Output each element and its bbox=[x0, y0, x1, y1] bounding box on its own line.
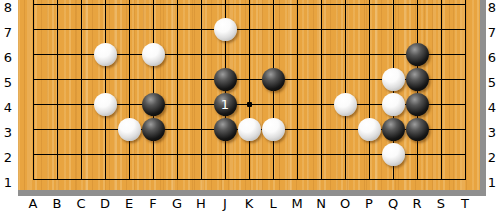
board-point[interactable] bbox=[237, 92, 261, 117]
board-point[interactable] bbox=[333, 17, 357, 42]
board-point[interactable] bbox=[309, 0, 333, 17]
board-point[interactable] bbox=[357, 17, 381, 42]
board-point[interactable] bbox=[165, 0, 189, 17]
row-label-right-1: 1 bbox=[484, 175, 500, 191]
board-point[interactable] bbox=[21, 67, 45, 92]
row-label-right-8: 8 bbox=[484, 0, 500, 16]
board-point[interactable] bbox=[285, 117, 309, 142]
board-point[interactable] bbox=[333, 42, 357, 67]
board-point[interactable] bbox=[309, 42, 333, 67]
board-point[interactable] bbox=[333, 92, 357, 117]
col-label-B: B bbox=[45, 196, 69, 212]
board-point[interactable] bbox=[285, 142, 309, 167]
board-point[interactable] bbox=[141, 167, 165, 192]
board-point[interactable] bbox=[261, 167, 285, 192]
board-point[interactable] bbox=[141, 17, 165, 42]
black-stone bbox=[142, 93, 165, 116]
board-point[interactable] bbox=[237, 117, 261, 142]
white-stone bbox=[142, 43, 165, 66]
board-point[interactable] bbox=[357, 167, 381, 192]
col-label-D: D bbox=[93, 196, 117, 212]
board-point[interactable] bbox=[405, 0, 429, 17]
board-point[interactable] bbox=[357, 117, 381, 142]
col-label-R: R bbox=[405, 196, 429, 212]
go-diagram: 1 8765432187654321ABCDEFGHJKLMNOPQRST bbox=[0, 0, 500, 212]
col-label-C: C bbox=[69, 196, 93, 212]
board-point[interactable] bbox=[285, 67, 309, 92]
board-point[interactable] bbox=[309, 17, 333, 42]
board-point[interactable] bbox=[69, 92, 93, 117]
black-stone bbox=[214, 68, 237, 91]
white-stone bbox=[358, 118, 381, 141]
board-point[interactable] bbox=[309, 92, 333, 117]
board-point[interactable] bbox=[285, 17, 309, 42]
move-number-label: 1 bbox=[221, 98, 229, 111]
black-stone: 1 bbox=[214, 93, 237, 116]
row-label-left-4: 4 bbox=[0, 100, 16, 116]
black-stone bbox=[406, 68, 429, 91]
board-point[interactable] bbox=[285, 92, 309, 117]
board-point[interactable] bbox=[261, 142, 285, 167]
board-point[interactable] bbox=[381, 0, 405, 17]
row-label-right-4: 4 bbox=[484, 100, 500, 116]
board-point[interactable] bbox=[69, 0, 93, 17]
board-point[interactable] bbox=[285, 0, 309, 17]
board-point[interactable] bbox=[69, 167, 93, 192]
black-stone bbox=[142, 118, 165, 141]
board-point[interactable] bbox=[213, 0, 237, 17]
board-point[interactable] bbox=[141, 142, 165, 167]
board-point[interactable] bbox=[21, 142, 45, 167]
board-point[interactable] bbox=[189, 0, 213, 17]
board-point[interactable] bbox=[357, 0, 381, 17]
board-point[interactable] bbox=[453, 42, 477, 67]
board-point[interactable] bbox=[309, 167, 333, 192]
board-point[interactable] bbox=[261, 17, 285, 42]
board-point[interactable] bbox=[405, 142, 429, 167]
board-point[interactable] bbox=[165, 142, 189, 167]
board-point[interactable] bbox=[381, 142, 405, 167]
board-point[interactable] bbox=[285, 167, 309, 192]
board-point[interactable] bbox=[453, 17, 477, 42]
board-point[interactable] bbox=[405, 42, 429, 67]
col-label-E: E bbox=[117, 196, 141, 212]
row-label-left-1: 1 bbox=[0, 175, 16, 191]
board-point[interactable] bbox=[69, 142, 93, 167]
white-stone bbox=[238, 118, 261, 141]
board-point[interactable] bbox=[45, 42, 69, 67]
board-point[interactable] bbox=[357, 142, 381, 167]
board-point[interactable] bbox=[117, 92, 141, 117]
board-point[interactable] bbox=[189, 117, 213, 142]
col-label-N: N bbox=[309, 196, 333, 212]
col-label-P: P bbox=[357, 196, 381, 212]
board-point[interactable] bbox=[21, 42, 45, 67]
white-stone bbox=[334, 93, 357, 116]
white-stone bbox=[262, 118, 285, 141]
board-point[interactable] bbox=[165, 167, 189, 192]
white-stone bbox=[382, 93, 405, 116]
col-label-S: S bbox=[429, 196, 453, 212]
board-point[interactable] bbox=[453, 167, 477, 192]
board-point[interactable] bbox=[213, 167, 237, 192]
board-point[interactable] bbox=[93, 92, 117, 117]
board-point[interactable] bbox=[141, 92, 165, 117]
board-point[interactable] bbox=[309, 117, 333, 142]
board-point[interactable] bbox=[45, 67, 69, 92]
board-point[interactable] bbox=[237, 0, 261, 17]
board-point[interactable] bbox=[381, 92, 405, 117]
board-point[interactable] bbox=[237, 167, 261, 192]
black-stone bbox=[214, 118, 237, 141]
board-point[interactable] bbox=[189, 167, 213, 192]
board-point[interactable] bbox=[381, 167, 405, 192]
board-point[interactable] bbox=[261, 42, 285, 67]
board-point[interactable] bbox=[93, 142, 117, 167]
white-stone bbox=[382, 68, 405, 91]
board-point[interactable] bbox=[429, 17, 453, 42]
board-point[interactable] bbox=[141, 42, 165, 67]
board-point[interactable] bbox=[117, 142, 141, 167]
board-point[interactable] bbox=[117, 167, 141, 192]
board-point[interactable] bbox=[45, 117, 69, 142]
board-point[interactable] bbox=[261, 0, 285, 17]
board-point[interactable] bbox=[45, 167, 69, 192]
col-label-F: F bbox=[141, 196, 165, 212]
board-point[interactable] bbox=[69, 67, 93, 92]
board-point[interactable] bbox=[405, 17, 429, 42]
board-point[interactable]: 1 bbox=[213, 92, 237, 117]
board-point[interactable] bbox=[21, 117, 45, 142]
white-stone bbox=[214, 18, 237, 41]
black-stone bbox=[382, 118, 405, 141]
col-label-M: M bbox=[285, 196, 309, 212]
row-label-right-3: 3 bbox=[484, 125, 500, 141]
row-label-right-2: 2 bbox=[484, 150, 500, 166]
board-point[interactable] bbox=[381, 67, 405, 92]
col-label-G: G bbox=[165, 196, 189, 212]
board-point[interactable] bbox=[429, 42, 453, 67]
board-point[interactable] bbox=[165, 92, 189, 117]
board-point[interactable] bbox=[333, 142, 357, 167]
board-point[interactable] bbox=[237, 17, 261, 42]
board-point[interactable] bbox=[69, 17, 93, 42]
board-point[interactable] bbox=[453, 67, 477, 92]
board-point[interactable] bbox=[237, 67, 261, 92]
board-point[interactable] bbox=[357, 92, 381, 117]
board-point[interactable] bbox=[117, 67, 141, 92]
row-label-left-3: 3 bbox=[0, 125, 16, 141]
row-label-right-5: 5 bbox=[484, 75, 500, 91]
board-point[interactable] bbox=[213, 117, 237, 142]
col-label-T: T bbox=[453, 196, 477, 212]
board-point[interactable] bbox=[453, 142, 477, 167]
board-point[interactable] bbox=[261, 117, 285, 142]
black-stone bbox=[406, 118, 429, 141]
row-label-left-6: 6 bbox=[0, 50, 16, 66]
board-point[interactable] bbox=[453, 0, 477, 17]
board-point[interactable] bbox=[429, 117, 453, 142]
board-point[interactable] bbox=[429, 167, 453, 192]
white-stone bbox=[94, 93, 117, 116]
board-point[interactable] bbox=[117, 117, 141, 142]
board-point[interactable] bbox=[381, 117, 405, 142]
col-label-L: L bbox=[261, 196, 285, 212]
board-point[interactable] bbox=[21, 167, 45, 192]
white-stone bbox=[94, 43, 117, 66]
col-label-Q: Q bbox=[381, 196, 405, 212]
board-point[interactable] bbox=[237, 142, 261, 167]
board-point[interactable] bbox=[117, 0, 141, 17]
board-point[interactable] bbox=[381, 42, 405, 67]
board-point[interactable] bbox=[165, 42, 189, 67]
col-label-A: A bbox=[21, 196, 45, 212]
board-point[interactable] bbox=[93, 117, 117, 142]
board-point[interactable] bbox=[69, 42, 93, 67]
black-stone bbox=[262, 68, 285, 91]
board-point[interactable] bbox=[261, 92, 285, 117]
board-point[interactable] bbox=[285, 42, 309, 67]
row-label-left-5: 5 bbox=[0, 75, 16, 91]
board-point[interactable] bbox=[21, 17, 45, 42]
board-point[interactable] bbox=[237, 42, 261, 67]
board-point[interactable] bbox=[261, 67, 285, 92]
board-point[interactable] bbox=[453, 117, 477, 142]
board-point[interactable] bbox=[117, 17, 141, 42]
board-point[interactable] bbox=[405, 167, 429, 192]
board-point[interactable] bbox=[165, 67, 189, 92]
board-point[interactable] bbox=[333, 117, 357, 142]
board-point[interactable] bbox=[45, 17, 69, 42]
board-point[interactable] bbox=[429, 142, 453, 167]
row-label-right-7: 7 bbox=[484, 25, 500, 41]
board-point[interactable] bbox=[165, 117, 189, 142]
row-label-left-8: 8 bbox=[0, 0, 16, 16]
board-point[interactable] bbox=[165, 17, 189, 42]
board-point[interactable] bbox=[405, 67, 429, 92]
col-label-J: J bbox=[213, 196, 237, 212]
white-stone bbox=[382, 143, 405, 166]
row-label-right-6: 6 bbox=[484, 50, 500, 66]
board-point[interactable] bbox=[45, 142, 69, 167]
board-point[interactable] bbox=[21, 0, 45, 17]
board-point[interactable] bbox=[213, 17, 237, 42]
board-point[interactable] bbox=[429, 67, 453, 92]
board-point[interactable] bbox=[309, 142, 333, 167]
black-stone bbox=[406, 43, 429, 66]
board-point[interactable] bbox=[453, 92, 477, 117]
row-label-left-2: 2 bbox=[0, 150, 16, 166]
col-label-K: K bbox=[237, 196, 261, 212]
col-label-H: H bbox=[189, 196, 213, 212]
board-point[interactable] bbox=[405, 117, 429, 142]
board-point[interactable] bbox=[189, 17, 213, 42]
board-point[interactable] bbox=[93, 17, 117, 42]
board-point[interactable] bbox=[357, 42, 381, 67]
board-point[interactable] bbox=[141, 0, 165, 17]
board-intersections: 1 bbox=[21, 0, 477, 192]
board-point[interactable] bbox=[93, 67, 117, 92]
board-point[interactable] bbox=[93, 42, 117, 67]
board-point[interactable] bbox=[45, 92, 69, 117]
board-point[interactable] bbox=[429, 92, 453, 117]
board-point[interactable] bbox=[21, 92, 45, 117]
board-point[interactable] bbox=[357, 67, 381, 92]
black-stone bbox=[406, 93, 429, 116]
row-label-left-7: 7 bbox=[0, 25, 16, 41]
white-stone bbox=[118, 118, 141, 141]
col-label-O: O bbox=[333, 196, 357, 212]
board-point[interactable] bbox=[45, 0, 69, 17]
board-point[interactable] bbox=[189, 92, 213, 117]
board-point[interactable] bbox=[117, 42, 141, 67]
board-point[interactable] bbox=[333, 0, 357, 17]
board-point[interactable] bbox=[213, 142, 237, 167]
board-point[interactable] bbox=[213, 42, 237, 67]
board-point[interactable] bbox=[141, 117, 165, 142]
board-point[interactable] bbox=[141, 67, 165, 92]
board-point[interactable] bbox=[69, 117, 93, 142]
board-point[interactable] bbox=[381, 17, 405, 42]
board-point[interactable] bbox=[93, 167, 117, 192]
board-point[interactable] bbox=[405, 92, 429, 117]
board-point[interactable] bbox=[429, 0, 453, 17]
board-point[interactable] bbox=[333, 67, 357, 92]
board-point[interactable] bbox=[213, 67, 237, 92]
board-point[interactable] bbox=[93, 0, 117, 17]
board-point[interactable] bbox=[189, 67, 213, 92]
board-point[interactable] bbox=[189, 142, 213, 167]
board-point[interactable] bbox=[189, 42, 213, 67]
board-point[interactable] bbox=[309, 67, 333, 92]
board-point[interactable] bbox=[333, 167, 357, 192]
